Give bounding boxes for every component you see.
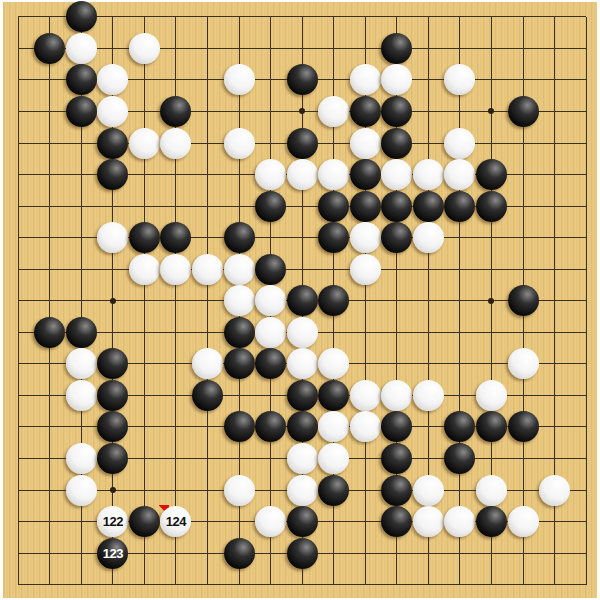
white-stone [413, 380, 444, 411]
black-stone [318, 222, 349, 253]
white-stone [350, 128, 381, 159]
go-board[interactable]: 122124123 [3, 2, 597, 598]
star-point [110, 298, 116, 304]
white-stone [192, 254, 223, 285]
white-stone [350, 380, 381, 411]
white-stone [255, 285, 286, 316]
black-stone [66, 317, 97, 348]
black-stone [350, 96, 381, 127]
black-stone [66, 64, 97, 95]
white-stone [160, 128, 191, 159]
white-stone [66, 380, 97, 411]
black-stone [318, 380, 349, 411]
white-stone [413, 222, 444, 253]
white-stone [508, 506, 539, 537]
black-stone [97, 348, 128, 379]
black-stone [287, 506, 318, 537]
black-stone [160, 222, 191, 253]
white-stone [287, 348, 318, 379]
move-number-label: 122 [103, 515, 123, 528]
move-number-label: 123 [103, 547, 123, 560]
white-stone [413, 159, 444, 190]
black-stone [381, 191, 412, 222]
black-stone [413, 191, 444, 222]
black-stone [444, 411, 475, 442]
black-stone [508, 96, 539, 127]
black-stone [66, 96, 97, 127]
black-stone [508, 411, 539, 442]
black-stone [508, 285, 539, 316]
white-stone [66, 443, 97, 474]
black-stone: 123 [97, 538, 128, 569]
white-stone [224, 254, 255, 285]
black-stone [444, 443, 475, 474]
black-stone [255, 254, 286, 285]
star-point [110, 487, 116, 493]
white-stone [381, 64, 412, 95]
white-stone: 122 [97, 506, 128, 537]
star-point [488, 298, 494, 304]
board-vertical-line [586, 17, 587, 585]
white-stone [444, 506, 475, 537]
white-stone [318, 411, 349, 442]
black-stone [129, 222, 160, 253]
black-stone [224, 317, 255, 348]
black-stone [224, 411, 255, 442]
black-stone [255, 191, 286, 222]
white-stone [476, 380, 507, 411]
black-stone [381, 506, 412, 537]
white-stone [381, 159, 412, 190]
black-stone [350, 191, 381, 222]
black-stone [444, 191, 475, 222]
white-stone [97, 96, 128, 127]
white-stone [444, 128, 475, 159]
black-stone [381, 222, 412, 253]
white-stone [255, 159, 286, 190]
black-stone [287, 538, 318, 569]
white-stone [381, 380, 412, 411]
black-stone [66, 1, 97, 32]
white-stone [255, 317, 286, 348]
white-stone: 124 [160, 506, 191, 537]
black-stone [318, 285, 349, 316]
black-stone [224, 222, 255, 253]
black-stone [350, 159, 381, 190]
black-stone [34, 317, 65, 348]
black-stone [224, 348, 255, 379]
white-stone [508, 348, 539, 379]
white-stone [287, 443, 318, 474]
black-stone [381, 475, 412, 506]
white-stone [160, 254, 191, 285]
black-stone [255, 411, 286, 442]
black-stone [318, 191, 349, 222]
star-point [488, 108, 494, 114]
go-game-screenshot: 122124123 [0, 0, 600, 600]
white-stone [287, 159, 318, 190]
black-stone [381, 128, 412, 159]
black-stone [129, 506, 160, 537]
black-stone [224, 538, 255, 569]
white-stone [444, 64, 475, 95]
white-stone [444, 159, 475, 190]
move-number-label: 124 [166, 515, 186, 528]
black-stone [476, 506, 507, 537]
white-stone [129, 254, 160, 285]
black-stone [476, 159, 507, 190]
black-stone [381, 33, 412, 64]
white-stone [413, 475, 444, 506]
white-stone [224, 128, 255, 159]
black-stone [287, 64, 318, 95]
white-stone [192, 348, 223, 379]
black-stone [381, 443, 412, 474]
white-stone [287, 317, 318, 348]
black-stone [318, 475, 349, 506]
black-stone [287, 411, 318, 442]
black-stone [476, 411, 507, 442]
white-stone [129, 128, 160, 159]
black-stone [476, 191, 507, 222]
black-stone [160, 96, 191, 127]
white-stone [224, 285, 255, 316]
black-stone [255, 348, 286, 379]
board-vertical-line [459, 17, 460, 585]
white-stone [350, 222, 381, 253]
white-stone [224, 475, 255, 506]
black-stone [97, 380, 128, 411]
white-stone [476, 475, 507, 506]
star-point [299, 108, 305, 114]
white-stone [224, 64, 255, 95]
black-stone [287, 380, 318, 411]
white-stone [97, 64, 128, 95]
white-stone [66, 33, 97, 64]
white-stone [318, 159, 349, 190]
black-stone [381, 411, 412, 442]
white-stone [66, 348, 97, 379]
white-stone [255, 506, 286, 537]
white-stone [318, 96, 349, 127]
black-stone [97, 443, 128, 474]
black-stone [97, 411, 128, 442]
white-stone [350, 64, 381, 95]
black-stone [192, 380, 223, 411]
white-stone [539, 475, 570, 506]
white-stone [287, 475, 318, 506]
white-stone [413, 506, 444, 537]
white-stone [318, 348, 349, 379]
black-stone [97, 159, 128, 190]
board-horizontal-line [18, 584, 586, 585]
white-stone [66, 475, 97, 506]
black-stone [34, 33, 65, 64]
white-stone [350, 254, 381, 285]
white-stone [350, 411, 381, 442]
black-stone [287, 285, 318, 316]
black-stone [381, 96, 412, 127]
white-stone [129, 33, 160, 64]
black-stone [97, 128, 128, 159]
white-stone [318, 443, 349, 474]
white-stone [97, 222, 128, 253]
black-stone [287, 128, 318, 159]
